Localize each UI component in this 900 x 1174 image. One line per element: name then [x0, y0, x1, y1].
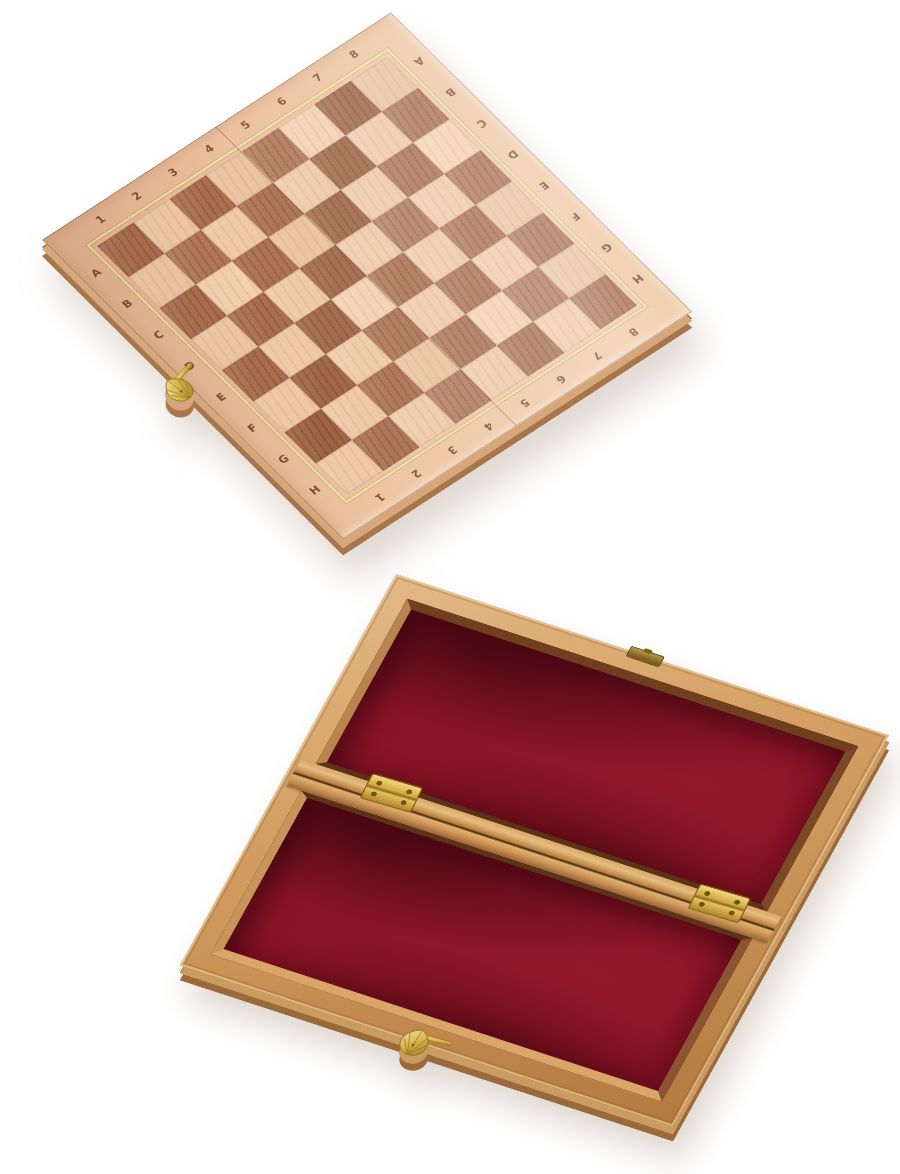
latch-keeper-plate — [625, 646, 664, 668]
coordinate-labels: 1122334455667788AABBCCDDEEFFGGHH — [42, 12, 692, 539]
open-box — [180, 574, 889, 1126]
chess-board: 1122334455667788AABBCCDDEEFFGGHH — [42, 12, 692, 539]
product-photo-page: 1122334455667788AABBCCDDEEFFGGHH — [0, 0, 900, 1174]
open-box-photo — [0, 560, 900, 1174]
closed-board-photo: 1122334455667788AABBCCDDEEFFGGHH — [0, 0, 900, 625]
